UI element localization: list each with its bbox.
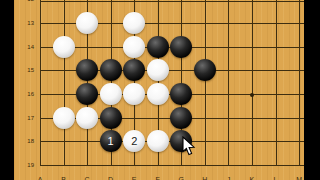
grid-line-col (299, 0, 300, 166)
stone-black (170, 130, 192, 152)
col-label: K (244, 176, 260, 180)
move-number: 1 (108, 135, 114, 147)
stone-white (76, 107, 98, 129)
grid-line-row (40, 165, 304, 166)
stone-black (100, 59, 122, 81)
col-label: C (79, 176, 95, 180)
col-label: B (56, 176, 72, 180)
stone-black (123, 59, 145, 81)
stone-black (170, 83, 192, 105)
grid-line-col (252, 0, 253, 166)
col-label: F (150, 176, 166, 180)
row-label: 17 (16, 114, 34, 122)
stone-white (147, 130, 169, 152)
grid-line-col (228, 0, 229, 166)
col-label: L (268, 176, 284, 180)
grid-line-col (40, 0, 41, 166)
stone-white (100, 83, 122, 105)
stone-white (147, 83, 169, 105)
stone-black (100, 107, 122, 129)
stone-white (123, 83, 145, 105)
col-label: A (32, 176, 48, 180)
stone-black (147, 36, 169, 58)
grid-line-row (40, 1, 304, 2)
stone-white (53, 36, 75, 58)
stone-white (123, 36, 145, 58)
col-label: E (126, 176, 142, 180)
row-label: 12 (16, 0, 34, 3)
row-label: 15 (16, 66, 34, 74)
grid-line-col (205, 0, 206, 166)
stone-black (170, 36, 192, 58)
col-label: M (291, 176, 304, 180)
col-label: J (220, 176, 236, 180)
row-label: 14 (16, 43, 34, 51)
move-number: 2 (131, 135, 137, 147)
stone-black: 1 (100, 130, 122, 152)
row-label: 18 (16, 137, 34, 145)
stone-black (76, 83, 98, 105)
stone-black (170, 107, 192, 129)
stone-white (76, 12, 98, 34)
stone-white (123, 12, 145, 34)
screenshot-stage: 1213141516171819ABCDEFGHJKLM12 (0, 0, 320, 180)
row-label: 19 (16, 161, 34, 169)
row-label: 16 (16, 90, 34, 98)
grid-line-col (276, 0, 277, 166)
col-label: G (173, 176, 189, 180)
stone-white: 2 (123, 130, 145, 152)
col-label: H (197, 176, 213, 180)
stone-black (194, 59, 216, 81)
stone-white (147, 59, 169, 81)
stone-white (53, 107, 75, 129)
go-board[interactable]: 1213141516171819ABCDEFGHJKLM12 (14, 0, 304, 180)
stone-black (76, 59, 98, 81)
grid-line-col (64, 0, 65, 166)
col-label: D (103, 176, 119, 180)
row-label: 13 (16, 19, 34, 27)
